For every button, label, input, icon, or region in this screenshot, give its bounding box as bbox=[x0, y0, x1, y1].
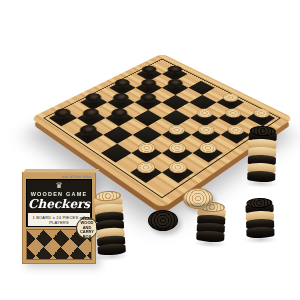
checker-top-face bbox=[250, 126, 276, 137]
checker-top-face bbox=[246, 198, 272, 209]
stacked-checker-black bbox=[97, 243, 126, 256]
stack-right-upper bbox=[247, 131, 277, 183]
checker-piece-light bbox=[250, 106, 274, 120]
checker-piece-light bbox=[164, 123, 189, 138]
loose-piece-black bbox=[148, 210, 178, 231]
board-square bbox=[162, 163, 194, 183]
board-square bbox=[105, 110, 133, 126]
checker-top-face bbox=[95, 190, 121, 202]
board-square bbox=[130, 163, 162, 183]
crown-icon: ♛ bbox=[55, 182, 62, 190]
stacked-checker-black bbox=[246, 227, 274, 239]
checker-piece-black bbox=[51, 106, 75, 120]
packaging-box: out of the blue ♛ WOODEN GAME Checkers 1… bbox=[22, 172, 96, 264]
product-title: Checkers bbox=[28, 197, 90, 211]
stacked-checker-black bbox=[247, 171, 275, 183]
stacked-checker-black bbox=[196, 230, 225, 242]
loose-piece-light bbox=[183, 188, 213, 209]
checker-piece-light bbox=[194, 123, 219, 138]
checker-piece-black bbox=[107, 106, 131, 120]
stack-by-box bbox=[94, 195, 126, 256]
board-square bbox=[247, 110, 275, 126]
product-photo: out of the blue ♛ WOODEN GAME Checkers 1… bbox=[0, 0, 300, 300]
stack-right-lower bbox=[245, 203, 274, 239]
stack-center bbox=[196, 206, 226, 242]
